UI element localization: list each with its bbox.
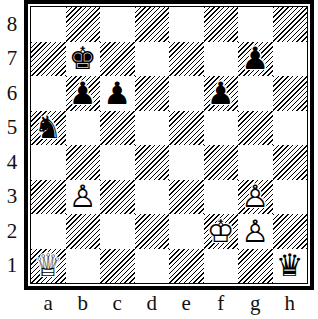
square-f1[interactable] <box>204 249 239 284</box>
square-a5[interactable]: ♞♞ <box>31 111 66 146</box>
square-e8[interactable] <box>169 7 204 42</box>
file-label-a: a <box>31 291 66 316</box>
square-d3[interactable] <box>135 180 170 215</box>
square-c8[interactable] <box>100 7 135 42</box>
square-b3[interactable]: ♟♙ <box>66 180 101 215</box>
square-b2[interactable] <box>66 214 101 249</box>
rank-label-1: 1 <box>0 249 24 284</box>
black-pawn-c6[interactable]: ♟ <box>100 76 135 111</box>
chess-diagram: 87654321 ♚♚♟♟♟♟♟♟♟♟♞♞♟♙♟♙♚♔♟♙♛♕♛♛ abcdef… <box>0 0 318 317</box>
square-g3[interactable]: ♟♙ <box>238 180 273 215</box>
square-c2[interactable] <box>100 214 135 249</box>
square-g8[interactable] <box>238 7 273 42</box>
square-c5[interactable] <box>100 111 135 146</box>
square-a4[interactable] <box>31 145 66 180</box>
square-h4[interactable] <box>273 145 308 180</box>
file-labels: abcdefgh <box>24 290 314 317</box>
square-f5[interactable] <box>204 111 239 146</box>
chess-board: ♚♚♟♟♟♟♟♟♟♟♞♞♟♙♟♙♚♔♟♙♛♕♛♛ <box>31 7 307 283</box>
rank-label-3: 3 <box>0 180 24 215</box>
square-e7[interactable] <box>169 42 204 77</box>
square-h5[interactable] <box>273 111 308 146</box>
square-b7[interactable]: ♚♚ <box>66 42 101 77</box>
rank-label-8: 8 <box>0 7 24 42</box>
square-e1[interactable] <box>169 249 204 284</box>
square-e2[interactable] <box>169 214 204 249</box>
file-label-d: d <box>135 291 170 316</box>
square-h2[interactable] <box>273 214 308 249</box>
white-pawn-g2[interactable]: ♙ <box>238 214 273 249</box>
square-a7[interactable] <box>31 42 66 77</box>
black-knight-a5[interactable]: ♞ <box>31 111 66 146</box>
square-g2[interactable]: ♟♙ <box>238 214 273 249</box>
square-c4[interactable] <box>100 145 135 180</box>
square-h6[interactable] <box>273 76 308 111</box>
black-king-b7[interactable]: ♚ <box>66 42 101 77</box>
board-inner-border: ♚♚♟♟♟♟♟♟♟♟♞♞♟♙♟♙♚♔♟♙♛♕♛♛ <box>30 6 308 284</box>
black-queen-h1[interactable]: ♛ <box>273 249 308 284</box>
square-g5[interactable] <box>238 111 273 146</box>
square-c7[interactable] <box>100 42 135 77</box>
white-king-f2[interactable]: ♔ <box>204 214 239 249</box>
square-d7[interactable] <box>135 42 170 77</box>
white-pawn-g3[interactable]: ♙ <box>238 180 273 215</box>
square-d6[interactable] <box>135 76 170 111</box>
square-c1[interactable] <box>100 249 135 284</box>
rank-label-7: 7 <box>0 42 24 77</box>
square-f4[interactable] <box>204 145 239 180</box>
rank-label-5: 5 <box>0 111 24 146</box>
square-a6[interactable] <box>31 76 66 111</box>
square-c6[interactable]: ♟♟ <box>100 76 135 111</box>
file-label-f: f <box>204 291 239 316</box>
square-b4[interactable] <box>66 145 101 180</box>
square-g4[interactable] <box>238 145 273 180</box>
file-label-c: c <box>100 291 135 316</box>
square-g7[interactable]: ♟♟ <box>238 42 273 77</box>
rank-label-6: 6 <box>0 76 24 111</box>
square-g6[interactable] <box>238 76 273 111</box>
rank-label-2: 2 <box>0 214 24 249</box>
file-label-e: e <box>169 291 204 316</box>
square-e6[interactable] <box>169 76 204 111</box>
square-b6[interactable]: ♟♟ <box>66 76 101 111</box>
board-frame: ♚♚♟♟♟♟♟♟♟♟♞♞♟♙♟♙♚♔♟♙♛♕♛♛ <box>24 0 314 290</box>
square-c3[interactable] <box>100 180 135 215</box>
black-pawn-b6[interactable]: ♟ <box>66 76 101 111</box>
square-g1[interactable] <box>238 249 273 284</box>
square-f8[interactable] <box>204 7 239 42</box>
rank-label-4: 4 <box>0 145 24 180</box>
square-f7[interactable] <box>204 42 239 77</box>
square-d5[interactable] <box>135 111 170 146</box>
square-d2[interactable] <box>135 214 170 249</box>
black-pawn-f6[interactable]: ♟ <box>204 76 239 111</box>
white-queen-a1[interactable]: ♕ <box>31 249 66 284</box>
square-f3[interactable] <box>204 180 239 215</box>
square-h1[interactable]: ♛♛ <box>273 249 308 284</box>
white-pawn-b3[interactable]: ♙ <box>66 180 101 215</box>
square-e5[interactable] <box>169 111 204 146</box>
file-label-h: h <box>273 291 308 316</box>
square-h3[interactable] <box>273 180 308 215</box>
black-pawn-g7[interactable]: ♟ <box>238 42 273 77</box>
square-b1[interactable] <box>66 249 101 284</box>
file-label-g: g <box>238 291 273 316</box>
square-f2[interactable]: ♚♔ <box>204 214 239 249</box>
square-a2[interactable] <box>31 214 66 249</box>
square-e3[interactable] <box>169 180 204 215</box>
square-e4[interactable] <box>169 145 204 180</box>
square-a8[interactable] <box>31 7 66 42</box>
square-d8[interactable] <box>135 7 170 42</box>
square-h8[interactable] <box>273 7 308 42</box>
rank-labels: 87654321 <box>0 0 24 290</box>
square-a1[interactable]: ♛♕ <box>31 249 66 284</box>
square-b8[interactable] <box>66 7 101 42</box>
square-h7[interactable] <box>273 42 308 77</box>
square-b5[interactable] <box>66 111 101 146</box>
square-d4[interactable] <box>135 145 170 180</box>
square-a3[interactable] <box>31 180 66 215</box>
file-label-b: b <box>66 291 101 316</box>
square-d1[interactable] <box>135 249 170 284</box>
square-f6[interactable]: ♟♟ <box>204 76 239 111</box>
